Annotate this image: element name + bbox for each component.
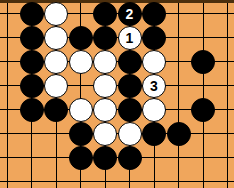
white-stone-r4c4 (93, 98, 117, 122)
white-stone-r4c6 (142, 98, 166, 122)
white-stone-r1c5-move-1: 1 (118, 26, 142, 50)
black-stone-r6c3 (69, 146, 93, 170)
black-stone-r5c6 (142, 122, 166, 146)
black-stone-r5c3 (69, 122, 93, 146)
black-stone-r1c6 (142, 26, 166, 50)
black-stone-r0c5-move-2: 2 (118, 2, 142, 26)
black-stone-r0c4 (93, 2, 117, 26)
move-number-label: 2 (126, 7, 134, 21)
white-stone-r2c3 (69, 50, 93, 74)
white-stone-r2c2 (44, 50, 68, 74)
white-stone-r5c4 (93, 122, 117, 146)
white-stone-r3c6-move-3: 3 (142, 74, 166, 98)
white-stone-r3c2 (44, 74, 68, 98)
grid-line-v-0 (7, 3, 8, 188)
white-stone-r4c3 (69, 98, 93, 122)
move-number-label: 1 (126, 31, 134, 45)
white-stone-r1c2 (44, 26, 68, 50)
black-stone-r6c4 (93, 146, 117, 170)
black-stone-r4c8 (191, 98, 215, 122)
grid-line-v-9 (227, 3, 228, 188)
black-stone-r4c5 (118, 98, 142, 122)
black-stone-r3c5 (118, 74, 142, 98)
black-stone-r2c8 (191, 50, 215, 74)
move-number-label: 3 (150, 79, 158, 93)
black-stone-r3c1 (20, 74, 44, 98)
black-stone-r5c7 (167, 122, 191, 146)
black-stone-r0c1 (20, 2, 44, 26)
white-stone-r5c5 (118, 122, 142, 146)
black-stone-r1c4 (93, 26, 117, 50)
go-board: 213 (0, 0, 234, 188)
go-diagram: 213 (0, 0, 234, 188)
grid-line-v-8 (203, 3, 204, 188)
white-stone-r3c4 (93, 74, 117, 98)
black-stone-r4c2 (44, 98, 68, 122)
white-stone-r0c2 (44, 2, 68, 26)
white-stone-r2c4 (93, 50, 117, 74)
black-stone-r6c5 (118, 146, 142, 170)
black-stone-r0c6 (142, 2, 166, 26)
black-stone-r4c1 (20, 98, 44, 122)
black-stone-r2c5 (118, 50, 142, 74)
black-stone-r1c3 (69, 26, 93, 50)
white-stone-r2c6 (142, 50, 166, 74)
black-stone-r2c1 (20, 50, 44, 74)
grid-line-v-7 (178, 3, 179, 188)
grid-line-h-7 (0, 181, 234, 182)
black-stone-r1c1 (20, 26, 44, 50)
